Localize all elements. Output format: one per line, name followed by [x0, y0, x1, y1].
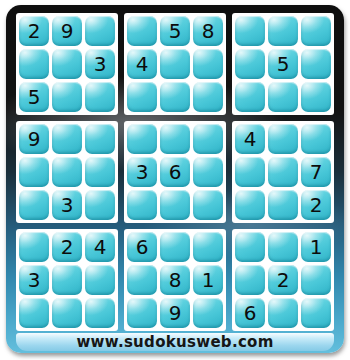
cell-r1c2[interactable]: 9: [52, 16, 82, 46]
cell-r7c8[interactable]: [268, 232, 298, 262]
cell-r2c8[interactable]: 5: [268, 49, 298, 79]
cell-r7c6[interactable]: [193, 232, 223, 262]
cell-r4c4[interactable]: [127, 124, 157, 154]
cell-r1c6[interactable]: 8: [193, 16, 223, 46]
cell-r5c7[interactable]: [235, 157, 265, 187]
cell-r3c2[interactable]: [52, 82, 82, 112]
cell-r6c6[interactable]: [193, 190, 223, 220]
cell-r9c2[interactable]: [52, 298, 82, 328]
cell-r5c1[interactable]: [19, 157, 49, 187]
cell-r6c3[interactable]: [85, 190, 115, 220]
cell-r1c8[interactable]: [268, 16, 298, 46]
cell-r8c9[interactable]: [301, 265, 331, 295]
cell-r3c8[interactable]: [268, 82, 298, 112]
cell-r9c5[interactable]: 9: [160, 298, 190, 328]
cell-r2c7[interactable]: [235, 49, 265, 79]
cell-r8c8[interactable]: 2: [268, 265, 298, 295]
cell-r6c9[interactable]: 2: [301, 190, 331, 220]
board-frame: 2935584593364722436819126 www.sudokusweb…: [6, 5, 344, 353]
cell-r7c7[interactable]: [235, 232, 265, 262]
cell-r9c6[interactable]: [193, 298, 223, 328]
box-2: 584: [124, 13, 226, 115]
cell-r8c3[interactable]: [85, 265, 115, 295]
cell-r4c5[interactable]: [160, 124, 190, 154]
cell-r8c2[interactable]: [52, 265, 82, 295]
cell-r8c6[interactable]: 1: [193, 265, 223, 295]
cell-r2c2[interactable]: [52, 49, 82, 79]
box-5: 36: [124, 121, 226, 223]
sudoku-page: 2935584593364722436819126 www.sudokusweb…: [0, 0, 350, 360]
cell-r2c9[interactable]: [301, 49, 331, 79]
cell-r9c4[interactable]: [127, 298, 157, 328]
cell-r3c3[interactable]: [85, 82, 115, 112]
cell-r7c4[interactable]: 6: [127, 232, 157, 262]
cell-r3c9[interactable]: [301, 82, 331, 112]
cell-r6c8[interactable]: [268, 190, 298, 220]
cell-r4c9[interactable]: [301, 124, 331, 154]
cell-r4c1[interactable]: 9: [19, 124, 49, 154]
cell-r9c8[interactable]: [268, 298, 298, 328]
cell-r1c4[interactable]: [127, 16, 157, 46]
cell-r1c1[interactable]: 2: [19, 16, 49, 46]
cell-r6c1[interactable]: [19, 190, 49, 220]
cell-r4c7[interactable]: 4: [235, 124, 265, 154]
cell-r5c4[interactable]: 3: [127, 157, 157, 187]
cell-r7c9[interactable]: 1: [301, 232, 331, 262]
cell-r3c7[interactable]: [235, 82, 265, 112]
box-6: 472: [232, 121, 334, 223]
cell-r8c7[interactable]: [235, 265, 265, 295]
site-url: www.sudokusweb.com: [76, 333, 273, 351]
cell-r1c7[interactable]: [235, 16, 265, 46]
cell-r5c9[interactable]: 7: [301, 157, 331, 187]
sudoku-board: 2935584593364722436819126: [16, 13, 334, 331]
cell-r7c3[interactable]: 4: [85, 232, 115, 262]
cell-r4c8[interactable]: [268, 124, 298, 154]
cell-r5c2[interactable]: [52, 157, 82, 187]
box-9: 126: [232, 229, 334, 331]
cell-r9c7[interactable]: 6: [235, 298, 265, 328]
cell-r7c1[interactable]: [19, 232, 49, 262]
cell-r6c4[interactable]: [127, 190, 157, 220]
cell-r4c2[interactable]: [52, 124, 82, 154]
cell-r8c5[interactable]: 8: [160, 265, 190, 295]
cell-r1c5[interactable]: 5: [160, 16, 190, 46]
box-7: 243: [16, 229, 118, 331]
cell-r9c1[interactable]: [19, 298, 49, 328]
cell-r6c7[interactable]: [235, 190, 265, 220]
box-8: 6819: [124, 229, 226, 331]
cell-r8c4[interactable]: [127, 265, 157, 295]
box-3: 5: [232, 13, 334, 115]
cell-r2c4[interactable]: 4: [127, 49, 157, 79]
cell-r5c3[interactable]: [85, 157, 115, 187]
cell-r2c5[interactable]: [160, 49, 190, 79]
cell-r3c6[interactable]: [193, 82, 223, 112]
site-banner: www.sudokusweb.com: [16, 333, 334, 351]
cell-r2c3[interactable]: 3: [85, 49, 115, 79]
cell-r2c1[interactable]: [19, 49, 49, 79]
cell-r3c1[interactable]: 5: [19, 82, 49, 112]
box-1: 2935: [16, 13, 118, 115]
cell-r3c5[interactable]: [160, 82, 190, 112]
cell-r6c5[interactable]: [160, 190, 190, 220]
cell-r7c5[interactable]: [160, 232, 190, 262]
cell-r9c9[interactable]: [301, 298, 331, 328]
cell-r2c6[interactable]: [193, 49, 223, 79]
cell-r4c6[interactable]: [193, 124, 223, 154]
cell-r8c1[interactable]: 3: [19, 265, 49, 295]
cell-r7c2[interactable]: 2: [52, 232, 82, 262]
cell-r6c2[interactable]: 3: [52, 190, 82, 220]
cell-r5c6[interactable]: [193, 157, 223, 187]
cell-r5c5[interactable]: 6: [160, 157, 190, 187]
cell-r1c3[interactable]: [85, 16, 115, 46]
cell-r4c3[interactable]: [85, 124, 115, 154]
cell-r1c9[interactable]: [301, 16, 331, 46]
cell-r5c8[interactable]: [268, 157, 298, 187]
box-4: 93: [16, 121, 118, 223]
cell-r3c4[interactable]: [127, 82, 157, 112]
cell-r9c3[interactable]: [85, 298, 115, 328]
